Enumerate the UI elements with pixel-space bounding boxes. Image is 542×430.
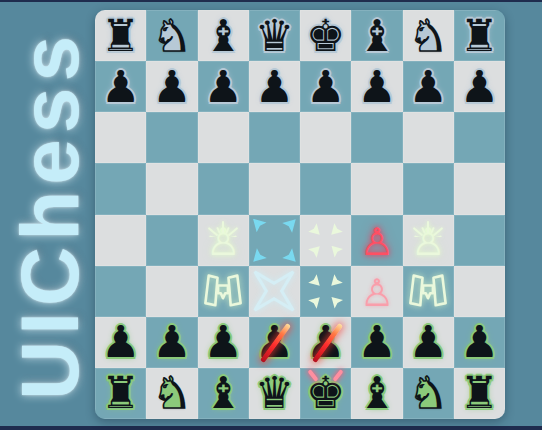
square-a8[interactable]: ♜ [95,10,146,61]
arrow-icon [253,219,267,233]
square-b7[interactable]: ♟ [146,61,197,112]
square-b1[interactable]: ♞ [146,368,197,419]
square-c2[interactable]: ♟ [198,317,249,368]
arrow-icon [253,248,267,262]
arrow-icon [331,274,343,286]
arrow-icon [282,219,296,233]
square-d4[interactable] [249,215,300,266]
square-c7[interactable]: ♟ [198,61,249,112]
piece-white-rook[interactable]: ♜ [460,371,499,415]
square-d1[interactable]: ♛ [249,368,300,419]
piece-black-pawn[interactable]: ♟ [460,65,499,109]
square-h2[interactable]: ♟ [454,317,505,368]
ghost-pawn-overlay: ♙ [403,215,454,266]
piece-black-pawn[interactable]: ♟ [255,65,294,109]
square-b2[interactable]: ♟ [146,317,197,368]
square-d7[interactable]: ♟ [249,61,300,112]
app-window: { "game": "chess", "app": { "title": "UI… [0,0,542,430]
square-g6[interactable] [403,112,454,163]
square-h5[interactable] [454,163,505,214]
square-e8[interactable]: ♚ [300,10,351,61]
square-f8[interactable]: ♝ [351,10,402,61]
square-f4[interactable]: ♙ [351,215,402,266]
top-window-edge [0,0,542,2]
arrow-icon [308,274,320,286]
square-a4[interactable] [95,215,146,266]
piece-white-knight[interactable]: ♞ [152,371,191,415]
piece-white-pawn[interactable]: ♟ [101,320,140,364]
piece-black-pawn[interactable]: ♟ [306,65,345,109]
square-d2[interactable]: ♟ [249,317,300,368]
square-b3[interactable] [146,266,197,317]
square-d3[interactable] [249,266,300,317]
piece-black-pawn[interactable]: ♟ [101,65,140,109]
converge-arrows-overlay [300,215,351,266]
arrow-icon [331,297,343,309]
square-b8[interactable]: ♞ [146,10,197,61]
piece-black-pawn[interactable]: ♟ [203,65,242,109]
selection-corners-overlay [249,215,300,266]
arrow-icon [308,297,320,309]
square-g8[interactable]: ♞ [403,10,454,61]
square-g3[interactable] [403,266,454,317]
piece-white-pawn[interactable]: ♟ [203,320,242,364]
arrow-icon [282,248,296,262]
square-a3[interactable] [95,266,146,317]
square-g5[interactable] [403,163,454,214]
piece-black-bishop[interactable]: ♝ [203,14,242,58]
square-g1[interactable]: ♞ [403,368,454,419]
square-e2[interactable]: ♟ [300,317,351,368]
square-c8[interactable]: ♝ [198,10,249,61]
square-e3[interactable] [300,266,351,317]
square-a5[interactable] [95,163,146,214]
square-d6[interactable] [249,112,300,163]
piece-white-pawn[interactable]: ♟ [357,320,396,364]
converge-arrows-overlay [300,266,351,317]
square-h3[interactable] [454,266,505,317]
square-h1[interactable]: ♜ [454,368,505,419]
piece-white-rook[interactable]: ♜ [101,371,140,415]
piece-black-queen[interactable]: ♛ [255,14,294,58]
square-b4[interactable] [146,215,197,266]
piece-black-pawn[interactable]: ♟ [408,65,447,109]
square-e5[interactable] [300,163,351,214]
square-b5[interactable] [146,163,197,214]
square-g4[interactable]: ♙ [403,215,454,266]
square-h4[interactable] [454,215,505,266]
square-f6[interactable] [351,112,402,163]
piece-white-knight[interactable]: ♞ [408,371,447,415]
piece-white-pawn[interactable]: ♟ [408,320,447,364]
square-h6[interactable] [454,112,505,163]
arrow-icon [331,246,343,258]
square-c4[interactable]: ♙ [198,215,249,266]
piece-white-pawn[interactable]: ♟ [152,320,191,364]
piece-white-pawn[interactable]: ♟ [255,320,294,364]
ghost-pawn-overlay: ♙ [198,215,249,266]
square-h7[interactable]: ♟ [454,61,505,112]
square-f2[interactable]: ♟ [351,317,402,368]
bottom-window-edge [0,426,542,430]
square-g7[interactable]: ♟ [403,61,454,112]
square-f5[interactable] [351,163,402,214]
star-burst-overlay [249,266,300,317]
square-e6[interactable] [300,112,351,163]
piece-white-pawn[interactable]: ♟ [306,320,345,364]
arrow-icon [308,223,320,235]
piece-black-pawn[interactable]: ♟ [152,65,191,109]
piece-white-queen[interactable]: ♛ [255,371,294,415]
arrow-icon [308,246,320,258]
square-h8[interactable]: ♜ [454,10,505,61]
square-f3[interactable]: ♙ [351,266,402,317]
piece-black-king[interactable]: ♚ [306,14,345,58]
square-g2[interactable]: ♟ [403,317,454,368]
square-f7[interactable]: ♟ [351,61,402,112]
piece-black-rook[interactable]: ♜ [101,14,140,58]
piece-white-bishop[interactable]: ♝ [203,371,242,415]
gate-glyph-overlay [198,266,249,317]
ghost-pawn-overlay: ♙ [351,266,402,317]
square-e1[interactable]: ♚ [300,368,351,419]
arrow-icon [331,223,343,235]
gate-glyph-overlay [403,266,454,317]
chess-board[interactable]: ♜♞♝♛♚♝♞♜♟♟♟♟♟♟♟♟♙♙♙♙♟♟♟♟♟♟♟♟♜♞♝♛♚♝♞♜ [95,10,505,419]
piece-black-rook[interactable]: ♜ [460,14,499,58]
square-b6[interactable] [146,112,197,163]
square-a2[interactable]: ♟ [95,317,146,368]
ghost-pawn-overlay: ♙ [351,215,402,266]
square-d5[interactable] [249,163,300,214]
square-c1[interactable]: ♝ [198,368,249,419]
square-c6[interactable] [198,112,249,163]
piece-black-knight[interactable]: ♞ [152,14,191,58]
piece-white-king[interactable]: ♚ [306,371,345,415]
square-c5[interactable] [198,163,249,214]
piece-white-pawn[interactable]: ♟ [460,320,499,364]
app-title: UIChess [3,30,97,400]
piece-black-pawn[interactable]: ♟ [357,65,396,109]
square-a1[interactable]: ♜ [95,368,146,419]
piece-black-bishop[interactable]: ♝ [357,14,396,58]
square-d8[interactable]: ♛ [249,10,300,61]
square-a7[interactable]: ♟ [95,61,146,112]
square-e7[interactable]: ♟ [300,61,351,112]
square-a6[interactable] [95,112,146,163]
square-e4[interactable] [300,215,351,266]
square-c3[interactable] [198,266,249,317]
piece-white-bishop[interactable]: ♝ [357,371,396,415]
piece-black-knight[interactable]: ♞ [408,14,447,58]
square-f1[interactable]: ♝ [351,368,402,419]
